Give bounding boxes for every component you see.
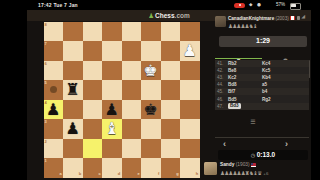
- opponent-avatar[interactable]: [215, 16, 226, 27]
- white-move[interactable]: Bd8: [228, 82, 262, 87]
- logo-suffix: .com: [175, 12, 190, 19]
- board-square-f2[interactable]: [141, 139, 161, 159]
- board-square-g5[interactable]: [161, 80, 181, 100]
- black-move[interactable]: Kc4: [262, 61, 309, 66]
- player-name[interactable]: Sandy (1903): [220, 162, 256, 167]
- rank-label-7: 7: [45, 42, 47, 46]
- board-square-g8[interactable]: [161, 22, 181, 42]
- file-label-h: h: [196, 172, 198, 176]
- board-square-f1[interactable]: f: [141, 158, 161, 178]
- rank-label-1: 1: [45, 159, 47, 163]
- board-square-e3[interactable]: [122, 119, 142, 139]
- clock-icon: ◷: [251, 152, 255, 158]
- white-move[interactable]: Bd5: [228, 97, 262, 102]
- previous-move-button[interactable]: ‹: [223, 139, 226, 149]
- screenshot-root: 17:42 Tue 7 Jan ◆ ● 57% ♟Chess.com ◢ 87♟…: [0, 0, 320, 180]
- cast-icon[interactable]: ◢: [301, 13, 305, 19]
- white-move[interactable]: Bd3: [228, 103, 262, 109]
- status-icons: ◆ ●: [249, 2, 262, 7]
- move-row-41: 41.Rb2Kc4: [215, 60, 309, 67]
- board-square-b2[interactable]: [63, 139, 83, 159]
- board-square-b4[interactable]: [63, 100, 83, 120]
- board-square-b6[interactable]: [63, 61, 83, 81]
- current-move-chip[interactable]: Bd3: [228, 103, 241, 109]
- board-square-b1[interactable]: b: [63, 158, 83, 178]
- player-rating: (1903): [236, 162, 250, 167]
- logo-text: Chess: [155, 12, 175, 19]
- player-clock-time: 0:13.0: [257, 151, 275, 158]
- board-square-g1[interactable]: g: [161, 158, 181, 178]
- board-square-g6[interactable]: [161, 61, 181, 81]
- move-number: 41.: [215, 61, 228, 66]
- board-square-g4[interactable]: [161, 100, 181, 120]
- white-move[interactable]: Bf7: [228, 89, 262, 94]
- tab-chat[interactable]: ●: [262, 48, 309, 58]
- board-square-b8[interactable]: [63, 22, 83, 42]
- board-square-e6[interactable]: [122, 61, 142, 81]
- move-row-45: 45.Bf7b4: [215, 88, 309, 95]
- board-square-c6[interactable]: [83, 61, 103, 81]
- board-square-a1[interactable]: 1a: [44, 158, 64, 178]
- battery-fill: [291, 4, 296, 7]
- material-advantage: +6: [263, 171, 268, 176]
- move-row-47: 47.Bd3: [215, 103, 309, 110]
- us-flag-icon: [251, 163, 256, 167]
- flair-icon: [297, 16, 301, 20]
- white-bishop-d3[interactable]: ♝: [102, 119, 122, 139]
- move-number: 47.: [215, 104, 228, 109]
- rank-label-8: 8: [45, 23, 47, 27]
- black-king-f4[interactable]: ♚: [141, 100, 161, 120]
- status-clock-date: 17:42 Tue 7 Jan: [38, 2, 78, 8]
- move-row-42: 42.Be8Kc5: [215, 67, 309, 74]
- panel-divider: [215, 137, 309, 138]
- board-square-a6[interactable]: 6: [44, 61, 64, 81]
- white-king-f6[interactable]: ♚: [141, 61, 161, 81]
- move-list-scrollbar[interactable]: [309, 60, 311, 78]
- board-square-h3[interactable]: [180, 119, 200, 139]
- tab-moves[interactable]: ⚑: [215, 48, 262, 58]
- file-label-a: a: [60, 172, 62, 176]
- logo-pawn-icon: ♟: [148, 12, 154, 20]
- move-number: 43.: [215, 75, 228, 80]
- next-move-button[interactable]: ›: [285, 139, 288, 149]
- opponent-username: CanadianKnightmare: [228, 16, 274, 21]
- status-bar: 17:42 Tue 7 Jan ◆ ● 57%: [0, 0, 320, 10]
- menu-button[interactable]: ☰: [203, 118, 303, 126]
- file-label-b: b: [79, 172, 81, 176]
- rank-label-2: 2: [45, 140, 47, 144]
- board-square-d8[interactable]: [102, 22, 122, 42]
- board-square-a8[interactable]: 8: [44, 22, 64, 42]
- board-square-d1[interactable]: d: [102, 158, 122, 178]
- black-rook-b5[interactable]: ♜: [63, 80, 83, 100]
- board-square-c4[interactable]: [83, 100, 103, 120]
- board-square-g2[interactable]: [161, 139, 181, 159]
- board-square-h4[interactable]: [180, 100, 200, 120]
- file-label-g: g: [176, 172, 178, 176]
- board-square-h5[interactable]: [180, 80, 200, 100]
- move-row-46: 46.Bd5Rg2: [215, 95, 309, 102]
- black-pawn-d4[interactable]: ♟: [102, 100, 122, 120]
- board-square-a2[interactable]: 2: [44, 139, 64, 159]
- black-move[interactable]: Kc5: [262, 68, 309, 73]
- white-pawn-h7[interactable]: ♟: [180, 41, 200, 61]
- rank-label-5: 5: [45, 81, 47, 85]
- white-move[interactable]: Be8: [228, 68, 262, 73]
- file-label-c: c: [99, 172, 101, 176]
- move-number: 45.: [215, 89, 228, 94]
- file-label-d: d: [118, 172, 120, 176]
- board-square-a5[interactable]: 5: [44, 80, 64, 100]
- board-square-a7[interactable]: 7: [44, 41, 64, 61]
- board-square-c2[interactable]: [83, 139, 103, 159]
- file-label-f: f: [158, 172, 159, 176]
- board-square-e8[interactable]: [122, 22, 142, 42]
- board-square-d6[interactable]: [102, 61, 122, 81]
- board-square-h1[interactable]: h: [180, 158, 200, 178]
- board-square-h2[interactable]: [180, 139, 200, 159]
- black-pawn-b3[interactable]: ♟: [63, 119, 83, 139]
- board-square-d2[interactable]: [102, 139, 122, 159]
- chess-app-window: ♟Chess.com ◢ 87♟6♚5♜4♟♟♚3♟♝21abcdefgh Ca…: [27, 10, 311, 180]
- chess-board[interactable]: 87♟6♚5♜4♟♟♚3♟♝21abcdefgh: [44, 22, 200, 178]
- board-square-e5[interactable]: [122, 80, 142, 100]
- board-square-c8[interactable]: [83, 22, 103, 42]
- canada-flag-icon: [290, 16, 295, 20]
- opponent-clock: 1:29: [219, 36, 307, 47]
- black-pawn-a4[interactable]: ♟: [44, 100, 64, 120]
- board-square-f7[interactable]: [141, 41, 161, 61]
- player-username: Sandy: [220, 162, 234, 167]
- battery-percent: 57%: [276, 2, 285, 7]
- board-square-c3[interactable]: [83, 119, 103, 139]
- board-square-f3[interactable]: [141, 119, 161, 139]
- black-move[interactable]: b4: [262, 89, 309, 94]
- file-label-e: e: [138, 172, 140, 176]
- move-list: 41.Rb2Kc442.Be8Kc543.Kc2Kb444.Bd8a545.Bf…: [215, 60, 309, 110]
- board-square-f8[interactable]: [141, 22, 161, 42]
- player-avatar[interactable]: [204, 162, 217, 175]
- board-square-d7[interactable]: [102, 41, 122, 61]
- move-number: 46.: [215, 97, 228, 102]
- move-row-44: 44.Bd8a5: [215, 81, 309, 88]
- rank-label-6: 6: [45, 62, 47, 66]
- board-square-h6[interactable]: [180, 61, 200, 81]
- opponent-rating: (2003): [275, 16, 288, 21]
- black-move[interactable]: a5: [262, 82, 309, 87]
- board-square-f5[interactable]: [141, 80, 161, 100]
- board-square-b7[interactable]: [63, 41, 83, 61]
- move-number: 44.: [215, 82, 228, 87]
- move-row-43: 43.Kc2Kb4: [215, 74, 309, 81]
- white-move[interactable]: Rb2: [228, 61, 262, 66]
- board-square-g3[interactable]: [161, 119, 181, 139]
- board-square-g7[interactable]: [161, 41, 181, 61]
- board-square-d5[interactable]: [102, 80, 122, 100]
- player-captured-pieces: ♟♟♟♟♟♟♜♞♝♛+6: [220, 170, 268, 177]
- opponent-captured-pieces: ♟♟♟♟♟♞♝: [228, 23, 257, 29]
- opponent-name[interactable]: CanadianKnightmare (2003): [228, 16, 300, 21]
- board-square-e7[interactable]: [122, 41, 142, 61]
- player-clock: ◷0:13.0: [218, 150, 308, 160]
- board-square-e2[interactable]: [122, 139, 142, 159]
- white-move[interactable]: Kc2: [228, 75, 262, 80]
- move-number: 42.: [215, 68, 228, 73]
- board-square-c5[interactable]: [83, 80, 103, 100]
- board-square-e4[interactable]: [122, 100, 142, 120]
- board-square-a3[interactable]: 3: [44, 119, 64, 139]
- board-square-c7[interactable]: [83, 41, 103, 61]
- hint-dot-a5: [50, 86, 57, 93]
- recording-dot-icon: [239, 4, 241, 6]
- board-square-c1[interactable]: c: [83, 158, 103, 178]
- black-move[interactable]: Kb4: [262, 75, 309, 80]
- board-square-e1[interactable]: e: [122, 158, 142, 178]
- board-square-h8[interactable]: [180, 22, 200, 42]
- black-move[interactable]: Rg2: [262, 97, 309, 102]
- rank-label-3: 3: [45, 120, 47, 124]
